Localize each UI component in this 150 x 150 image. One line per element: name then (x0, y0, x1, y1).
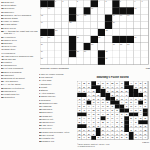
cell-number: 8 (141, 0, 142, 2)
grid-cell-r3c7[interactable]: 15 (84, 15, 91, 22)
grid-cell-r4c6[interactable] (76, 22, 83, 29)
grid-cell-r4c4[interactable] (62, 22, 69, 29)
solution-letter: D (79, 136, 81, 139)
grid-cell-r5c8[interactable] (91, 29, 98, 36)
cell-number: 15 (84, 15, 86, 17)
cell-number: 38 (41, 57, 43, 59)
clue-number: 27 (39, 137, 42, 139)
grid-cell-r5c12[interactable] (120, 29, 127, 36)
grid-cell-r1c15[interactable]: 8 (141, 0, 148, 7)
grid-cell-r7c9[interactable] (98, 43, 105, 50)
solution-letter: A (140, 128, 142, 131)
clue-number: 31 (1, 39, 4, 41)
solution-letter: E (116, 124, 118, 127)
clue-item: 26Ore deposit (39, 134, 74, 137)
clue-text: "Oh, woe!" (42, 124, 53, 126)
solution-letter: A (130, 124, 132, 127)
grid-cell-r6c10[interactable] (105, 36, 112, 43)
solution-letter: G (97, 101, 99, 104)
cell-number: 31 (113, 43, 115, 45)
grid-cell-r3c1[interactable]: 13 (40, 15, 47, 22)
solution-letter: E (144, 105, 146, 108)
black-square (91, 36, 98, 43)
grid-cell-r7c10[interactable] (105, 43, 112, 50)
solution-letter: E (140, 82, 142, 85)
solution-letter: I (131, 121, 132, 124)
solution-letter: R (135, 97, 137, 100)
solution-letter: R (102, 101, 104, 104)
grid-cell-r6c1[interactable]: 24 (40, 36, 47, 43)
grid-cell-r3c2[interactable] (48, 15, 55, 22)
cell-number: 11 (91, 7, 93, 9)
solution-letter: N (93, 128, 95, 131)
grid-cell-r9c10[interactable]: 39 (105, 57, 112, 64)
solution-letter: R (88, 86, 90, 89)
solution-letter: K (97, 121, 99, 124)
solution-letter: R (93, 93, 95, 96)
clue-text: Planted (4, 61, 12, 63)
grid-cell-r5c11[interactable] (112, 29, 119, 36)
solution-letter: T (107, 136, 109, 139)
grid-cell-r8c7[interactable]: 36 (84, 50, 91, 57)
grid-cell-r6c2[interactable]: 25 (48, 36, 55, 43)
solution-letter: E (116, 97, 118, 100)
solution-letter: N (116, 89, 118, 92)
grid-cell-r8c12[interactable] (120, 50, 127, 57)
clue-text: Grass hut (42, 115, 52, 117)
grid-cell-r9c12[interactable] (120, 57, 127, 64)
clue-text: Ceremony (4, 7, 14, 9)
clue-text: Grand-mal precursor, often (42, 131, 69, 133)
grid-cell-r9c3[interactable] (55, 57, 62, 64)
grid-cell-r6c15[interactable] (141, 36, 148, 43)
grid-cell-r4c7[interactable] (84, 22, 91, 29)
clue-number: 64 (1, 83, 4, 85)
black-square (69, 15, 76, 22)
solution-letter: O (102, 97, 104, 100)
solution-letter: E (130, 117, 132, 120)
solution-letter: E (93, 117, 95, 120)
black-square (98, 57, 105, 64)
grid-cell-r3c4[interactable] (62, 15, 69, 22)
solution-letter: E (83, 132, 85, 135)
cell-number: 34 (41, 50, 43, 52)
solution-letter: A (79, 101, 81, 104)
grid-cell-r1c4[interactable]: 2 (62, 0, 69, 7)
grid-cell-r9c1[interactable]: 38 (40, 57, 47, 64)
black-square (48, 0, 55, 7)
clue-text: Actor Sandler (4, 80, 18, 82)
grid-cell-r3c15[interactable] (141, 15, 148, 22)
solution-letter: T (107, 89, 109, 92)
solution-letter: N (116, 113, 118, 116)
clue-number: 13 (39, 111, 42, 113)
cell-number: 4 (98, 0, 99, 2)
clue-text: Leads astray (4, 23, 17, 25)
clue-text: Highness (42, 105, 51, 107)
cell-number: 28 (134, 36, 136, 38)
black-square (69, 43, 76, 50)
solution-letter: O (88, 113, 90, 116)
clue-text: Tries to lose (4, 45, 16, 47)
grid-cell-r7c2[interactable] (48, 43, 55, 50)
grid-cell-r2c3[interactable] (55, 7, 62, 14)
grid-cell-r6c7[interactable] (84, 36, 91, 43)
solution-letter: R (121, 86, 123, 89)
grid-cell-r4c8[interactable] (91, 22, 98, 29)
clue-text: Ingresses (42, 108, 52, 110)
cell-number: 29 (41, 43, 43, 45)
tomorrow-caption: Tomorrow: Premier Crossword (40, 67, 69, 69)
solution-letter: S (144, 101, 146, 104)
solution-letter: L (83, 121, 85, 124)
solution-letter: L (121, 117, 123, 120)
grid-cell-r4c2[interactable] (48, 22, 55, 29)
grid-cell-r5c7[interactable] (84, 29, 91, 36)
grid-cell-r6c14[interactable]: 28 (134, 36, 141, 43)
grid-cell-r5c6[interactable] (76, 29, 83, 36)
black-square (105, 15, 112, 22)
solution-letter: N (79, 132, 81, 135)
solution-letter: A (135, 101, 137, 104)
solution-letter: D (93, 89, 95, 92)
grid-cell-r4c11[interactable]: 21 (112, 22, 119, 29)
solution-letter: E (144, 97, 146, 100)
solution-letter: S (126, 136, 128, 139)
solution-letter: E (88, 128, 90, 131)
grid-cell-r3c11[interactable]: 16 (112, 15, 119, 22)
solution-letter: O (107, 121, 109, 124)
grid-cell-r7c14[interactable] (134, 43, 141, 50)
grid-cell-r2c14[interactable]: 12 (134, 7, 141, 14)
grid-cell-r4c1[interactable]: 19 (40, 22, 47, 29)
solution-letter: L (93, 105, 95, 108)
clue-number: 40 (1, 45, 4, 47)
clue-text: Nacho cheese (41, 95, 55, 97)
clue-number: 22 (1, 17, 4, 19)
solution-letter: I (89, 89, 90, 92)
grid-cell-r9c4[interactable] (62, 57, 69, 64)
solution-letter: R (102, 128, 104, 131)
solution-letter: N (107, 105, 109, 108)
grid-cell-r5c3[interactable]: 22 (55, 29, 62, 36)
solution-letter: S (79, 117, 81, 120)
clue-item: 25Leads astray (1, 23, 39, 26)
clue-text: Numbered hwy. (42, 102, 58, 104)
grid-cell-r6c3[interactable] (55, 36, 62, 43)
solution-letter: E (97, 136, 99, 139)
grid-cell-r7c3[interactable] (55, 43, 62, 50)
clue-text: Squandered (4, 64, 16, 66)
grid-cell-r7c4[interactable] (62, 43, 69, 50)
solution-letter: A (79, 89, 81, 92)
solution-letter: A (88, 93, 90, 96)
grid-cell-r8c13[interactable] (127, 50, 134, 57)
solution-letter: T (83, 101, 85, 104)
clue-number: 28 (39, 140, 42, 142)
grid-cell-r8c6[interactable]: 35 (76, 50, 83, 57)
clue-number: 32 (1, 42, 4, 44)
clue-text: Resumes (41, 99, 51, 101)
grid-cell-r1c12[interactable]: 6 (120, 0, 127, 7)
grid-cell-r9c11[interactable] (112, 57, 119, 64)
cell-number: 37 (105, 50, 107, 52)
clue-text: Fall harvest (41, 76, 53, 78)
copyright-line-2: All Rights Reserved. (77, 146, 149, 148)
solution-letter: E (121, 89, 123, 92)
solution-letter: E (112, 113, 114, 116)
grid-cell-r6c9[interactable]: 27 (98, 36, 105, 43)
solution-letter: P (97, 109, 99, 112)
cell-number: 19 (41, 22, 43, 24)
grid-cell-r2c10[interactable] (105, 7, 112, 14)
solution-letter: E (144, 86, 146, 89)
cell-number: 2 (62, 0, 63, 2)
grid-cell-r5c5[interactable] (69, 29, 76, 36)
grid-cell-r7c1[interactable]: 29 (40, 43, 47, 50)
grid-cell-r9c6[interactable] (76, 57, 83, 64)
grid-caption-row: Tomorrow: Premier Crossword 6/25 (40, 67, 150, 72)
grid-cell-r2c8[interactable]: 11 (91, 7, 98, 14)
grid-cell-r4c5[interactable]: 20 (69, 22, 76, 29)
solution-letter: D (107, 109, 109, 112)
cell-number: 23 (105, 29, 107, 31)
solution-letter: E (107, 101, 109, 104)
grid-cell-r5c15[interactable] (141, 29, 148, 36)
solution-letter: T (83, 109, 85, 112)
grid-cell-r6c4[interactable] (62, 36, 69, 43)
clue-number: 16 (39, 118, 42, 120)
clue-item: 24Mary or Jackie (1, 20, 39, 23)
clue-number: 46 (1, 55, 4, 57)
clue-item: 66Racing sled (1, 90, 39, 93)
grid-cell-r5c10[interactable]: 23 (105, 29, 112, 36)
grid-cell-r9c14[interactable] (134, 57, 141, 64)
grid-cell-r9c7[interactable] (84, 57, 91, 64)
solution-letter: O (144, 93, 146, 96)
clue-number: 13 (1, 1, 4, 3)
solution-letter: E (140, 109, 142, 112)
clue-number: 44 (1, 51, 4, 53)
solution-letter: L (140, 105, 142, 108)
black-square (127, 7, 134, 14)
solution-letter: A (116, 86, 118, 89)
cell-number: 24 (41, 36, 43, 38)
grid-cell-r1c13[interactable] (127, 0, 134, 7)
solution-letter: L (112, 124, 114, 127)
solution-letter: N (97, 113, 99, 116)
clue-text: "— for the show" (4, 83, 21, 85)
solution-letter: R (126, 132, 128, 135)
solution-letter: P (83, 128, 85, 131)
grid-cell-r3c12[interactable]: 17 (120, 15, 127, 22)
clue-item: 61Building at an airport (1, 77, 39, 80)
solution-letter: A (88, 121, 90, 124)
solution-letter: D (121, 121, 123, 124)
cell-number: 5 (105, 0, 106, 2)
clue-item: 2Fall harvest (39, 76, 74, 79)
grid-cell-r4c14[interactable] (134, 22, 141, 29)
clue-item: 67Frightening trio (1, 93, 39, 96)
grid-cell-r9c5[interactable] (69, 57, 76, 64)
grid-cell-r1c10[interactable]: 5 (105, 0, 112, 7)
grid-cell-r3c3[interactable] (55, 15, 62, 22)
clue-item: 56Hot dog condiment (1, 67, 39, 70)
solved-title-wrap: Saturday's Puzzle Solved (77, 76, 148, 81)
grid-cell-r5c14[interactable] (134, 29, 141, 36)
grid-cell-r7c8[interactable]: 30 (91, 43, 98, 50)
grid-cell-r8c11[interactable] (112, 50, 119, 57)
clue-item: 4Spring mo. (39, 83, 74, 86)
solution-letter: O (79, 128, 81, 131)
crossword-grid-empty[interactable]: 1234567891011121314151617181920212223242… (40, 0, 150, 66)
grid-cell-r9c8[interactable] (91, 57, 98, 64)
grid-cell-r7c12[interactable]: 32 (120, 43, 127, 50)
clue-item: 46High-powered surgical beam (1, 55, 39, 58)
grid-cell-r7c13[interactable]: 33 (127, 43, 134, 50)
solution-letter: T (126, 105, 128, 108)
solution-letter: R (79, 105, 81, 108)
clue-text: Screen dot (42, 118, 53, 120)
solved-puzzle-title: Saturday's Puzzle Solved (77, 76, 148, 79)
solution-letter: E (97, 97, 99, 100)
clue-item: 28"— through the night that our flag was… (1, 30, 39, 35)
solution-letter: R (121, 82, 123, 85)
cell-number: 39 (105, 57, 107, 59)
grid-cell-r5c13[interactable] (127, 29, 134, 36)
cell-number: 26 (77, 36, 79, 38)
cell-number: 21 (113, 22, 115, 24)
grid-cell-r3c14[interactable] (134, 15, 141, 22)
solution-letter: E (102, 109, 104, 112)
clue-item: 16Screen dot (39, 118, 74, 121)
grid-cell-r4c13[interactable] (127, 22, 134, 29)
grid-cell-r1c9[interactable]: 4 (98, 0, 105, 7)
solution-letter: E (83, 105, 85, 108)
grid-cell-r4c12[interactable] (120, 22, 127, 29)
solution-letter: E (130, 101, 132, 104)
solution-letter: S (79, 97, 81, 100)
clue-number: 26 (1, 27, 4, 29)
grid-cell-r8c8[interactable] (91, 50, 98, 57)
clue-text: Building at an airport (4, 77, 25, 79)
cell-number: 7 (134, 0, 135, 2)
clue-text: Chess piece (42, 121, 54, 123)
solution-letter: N (140, 86, 142, 89)
grid-cell-r8c1[interactable]: 34 (40, 50, 47, 57)
grid-cell-r4c3[interactable] (55, 22, 62, 29)
grid-cell-r7c15[interactable] (141, 43, 148, 50)
cell-number: 18 (127, 15, 129, 17)
clue-number: 48 (1, 58, 4, 60)
clue-text: Hypnotized (4, 36, 15, 38)
grid-cell-r1c5[interactable] (69, 0, 76, 7)
solution-letter: R (135, 136, 137, 139)
clue-item: 31School boys (1, 39, 39, 42)
clue-item: 9Resumes (39, 99, 74, 102)
cell-number: 20 (69, 22, 71, 24)
solution-letter: E (121, 136, 123, 139)
grid-cell-r2c2[interactable]: 10 (48, 7, 55, 14)
grid-cell-r2c9[interactable] (98, 7, 105, 14)
grid-cell-r1c6[interactable]: 3 (76, 0, 83, 7)
grid-cell-r2c15[interactable] (141, 7, 148, 14)
clue-item: 32Enplane (1, 42, 39, 45)
grid-cell-r4c9[interactable] (98, 22, 105, 29)
clue-item: 18Ceremony (1, 7, 39, 10)
crossword-grid-solved: ABSTREMORACESPERSOLARONEACIDTONERITARESN… (77, 81, 149, 141)
grid-cell-r4c15[interactable] (141, 22, 148, 29)
grid-cell-r9c15[interactable] (141, 57, 148, 64)
black-square (120, 36, 127, 43)
cell-number: 14 (77, 15, 79, 17)
solution-letter: L (135, 128, 137, 131)
cell-number: 22 (55, 29, 57, 31)
cell-number: 25 (48, 36, 50, 38)
clue-number: 66 (1, 90, 4, 92)
clue-item: 27Knight's title (39, 137, 74, 140)
clue-text: Enplane (4, 42, 12, 44)
grid-cell-r7c6[interactable] (76, 43, 83, 50)
grid-cell-r1c3[interactable]: 1 (55, 0, 62, 7)
solution-letter: O (107, 86, 109, 89)
grid-cell-r1c14[interactable]: 7 (134, 0, 141, 7)
clue-text: Ethical (41, 89, 48, 91)
grid-cell-r8c14[interactable] (134, 50, 141, 57)
solution-letter: G (111, 128, 113, 131)
clue-text: Racing sled (4, 90, 16, 92)
solution-letter: T (145, 89, 147, 92)
grid-cell-r6c6[interactable]: 26 (76, 36, 83, 43)
grid-cell-r7c11[interactable]: 31 (112, 43, 119, 50)
clue-text: Hot dog condiment (4, 67, 23, 69)
grid-cell-r3c8[interactable] (91, 15, 98, 22)
solution-letter: E (107, 82, 109, 85)
grid-cell-r2c1[interactable]: 9 (40, 7, 47, 14)
cell-number: 3 (77, 0, 78, 2)
solution-letter: G (102, 105, 104, 108)
clue-number: 25 (1, 23, 4, 25)
clue-text: Spring mo. (41, 83, 52, 85)
grid-cell-r3c13[interactable]: 18 (127, 15, 134, 22)
grid-cell-r5c4[interactable] (62, 29, 69, 36)
clue-text: Ore deposit (42, 134, 54, 136)
solution-letter: G (140, 132, 142, 135)
grid-cell-r3c6[interactable]: 14 (76, 15, 83, 22)
clue-number: 54 (1, 64, 4, 66)
solution-letter: S (97, 117, 99, 120)
grid-cell-r9c2[interactable] (48, 57, 55, 64)
grid-cell-r8c15[interactable] (141, 50, 148, 57)
solution-letter: A (130, 109, 132, 112)
solution-letter: L (112, 86, 114, 89)
grid-cell-r8c4[interactable] (62, 50, 69, 57)
grid-cell-r2c4[interactable] (62, 7, 69, 14)
grid-cell-r1c7[interactable] (84, 0, 91, 7)
clue-column-left: 13Soap unit17Goes astray18Ceremony19Scho… (1, 1, 39, 149)
grid-cell-r8c2[interactable] (48, 50, 55, 57)
clue-item: 65Escape detection by (1, 87, 39, 90)
grid-cell-r3c9[interactable] (98, 15, 105, 22)
grid-cell-r2c6[interactable] (76, 7, 83, 14)
grid-cell-r9c13[interactable] (127, 57, 134, 64)
grid-cell-r8c10[interactable]: 37 (105, 50, 112, 57)
cell-number: 1 (55, 0, 56, 2)
clue-item: 5Tyrant (39, 86, 74, 89)
grid-cell-r8c3[interactable] (55, 50, 62, 57)
solution-letter: P (112, 117, 114, 120)
solution-letter: S (121, 124, 123, 127)
